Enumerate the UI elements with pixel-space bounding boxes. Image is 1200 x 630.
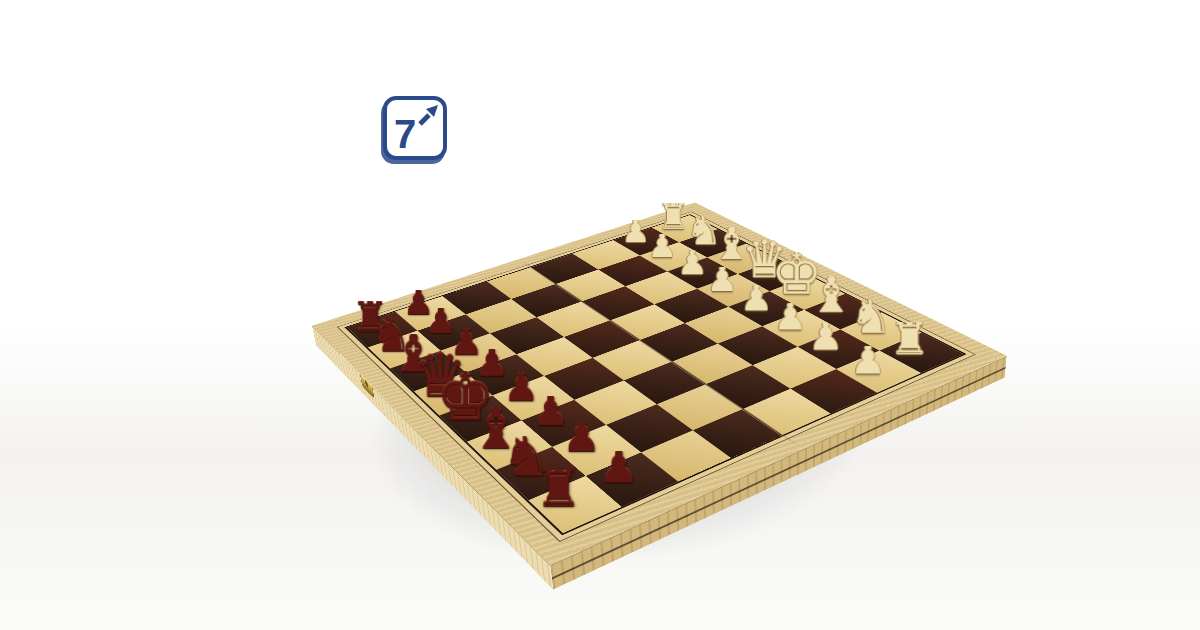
piece-white-pawn: ♟ — [838, 345, 898, 376]
arrow-up-right-icon — [414, 103, 440, 129]
item-number-badge: 7 — [383, 96, 447, 160]
item-number: 7 — [394, 114, 416, 154]
square-f5 — [624, 361, 706, 404]
chess-board: ♜♞♝♛♚♝♞♜♟♟♟♟♟♟♟♟♟♟♟♟♟♟♟♟♜♞♝♛♚♝♞♜ — [312, 202, 1007, 565]
page-background: { "game": "chess", "position": { "fen": … — [0, 0, 1200, 630]
board-frame: ♜♞♝♛♚♝♞♜♟♟♟♟♟♟♟♟♟♟♟♟♟♟♟♟♜♞♝♛♚♝♞♜ — [312, 202, 1007, 565]
piece-black-rook: ♜ — [524, 467, 593, 508]
piece-black-pawn: ♟ — [584, 451, 651, 486]
